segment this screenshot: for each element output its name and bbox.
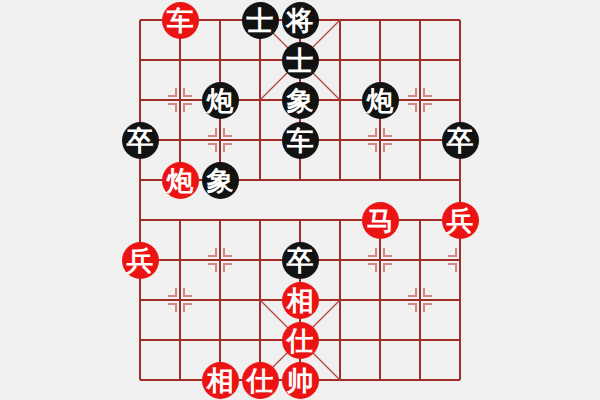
piece-red-elephant[interactable]: 相 [202,362,239,399]
piece-black-elephant[interactable]: 象 [202,162,239,199]
piece-red-advisor[interactable]: 仕 [282,322,319,359]
piece-red-pawn[interactable]: 兵 [122,242,159,279]
piece-black-elephant[interactable]: 象 [282,82,319,119]
piece-black-pawn[interactable]: 卒 [282,242,319,279]
piece-black-chariot[interactable]: 车 [282,122,319,159]
xiangqi-board: 车士将士炮象炮卒车卒炮象马兵兵卒相仕相仕帅 [0,0,600,400]
piece-black-advisor[interactable]: 士 [242,2,279,39]
piece-red-cannon[interactable]: 炮 [162,162,199,199]
piece-red-pawn[interactable]: 兵 [442,202,479,239]
piece-red-chariot[interactable]: 车 [162,2,199,39]
piece-red-horse[interactable]: 马 [362,202,399,239]
piece-black-pawn[interactable]: 卒 [122,122,159,159]
piece-black-cannon[interactable]: 炮 [362,82,399,119]
piece-red-elephant[interactable]: 相 [282,282,319,319]
piece-black-advisor[interactable]: 士 [282,42,319,79]
piece-red-general[interactable]: 帅 [282,362,319,399]
piece-black-cannon[interactable]: 炮 [202,82,239,119]
piece-black-pawn[interactable]: 卒 [442,122,479,159]
piece-black-general[interactable]: 将 [282,2,319,39]
pieces-grid[interactable]: 车士将士炮象炮卒车卒炮象马兵兵卒相仕相仕帅 [120,0,480,400]
piece-red-advisor[interactable]: 仕 [242,362,279,399]
